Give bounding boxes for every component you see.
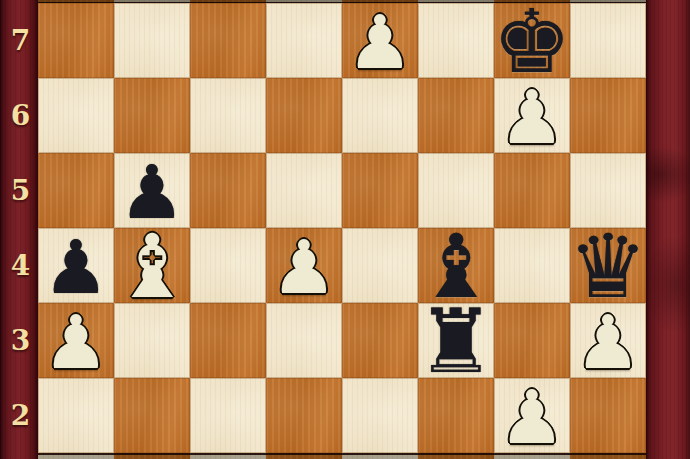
white-pawn-d4[interactable]: ♟ — [266, 229, 342, 304]
square-b7[interactable] — [114, 3, 190, 78]
white-pawn-icon: ♟ — [271, 230, 337, 304]
board-edge-sliver — [266, 453, 342, 459]
square-d7[interactable] — [266, 3, 342, 78]
rank-label-4: 4 — [0, 248, 38, 284]
white-bishop-b4[interactable]: ♝ — [114, 229, 190, 304]
black-king-g7[interactable]: ♚ — [494, 4, 570, 79]
square-g3[interactable] — [494, 303, 570, 378]
square-c3[interactable] — [190, 303, 266, 378]
black-queen-h4[interactable]: ♛ — [570, 229, 646, 304]
board-edge-sliver — [418, 0, 494, 3]
black-pawn-a4[interactable]: ♟ — [38, 229, 114, 304]
square-f7[interactable] — [418, 3, 494, 78]
square-c7[interactable] — [190, 3, 266, 78]
board-edge-sliver — [114, 453, 190, 459]
white-pawn-g6[interactable]: ♟ — [494, 79, 570, 154]
chess-diagram: ♟♚♟♟♟♝♟♝♛♟♜♟♟ 765432 — [0, 0, 690, 459]
board-edge-sliver — [570, 453, 646, 459]
white-pawn-g2[interactable]: ♟ — [494, 379, 570, 454]
square-a6[interactable] — [38, 78, 114, 153]
white-pawn-h3[interactable]: ♟ — [570, 304, 646, 379]
white-pawn-icon: ♟ — [499, 380, 565, 454]
black-pawn-icon: ♟ — [43, 230, 109, 304]
square-c5[interactable] — [190, 153, 266, 228]
board-edge-sliver — [190, 0, 266, 3]
white-pawn-icon: ♟ — [575, 305, 641, 379]
board-edge-sliver — [190, 453, 266, 459]
white-pawn-a3[interactable]: ♟ — [38, 304, 114, 379]
white-bishop-icon: ♝ — [113, 223, 192, 311]
square-h7[interactable] — [570, 3, 646, 78]
white-pawn-icon: ♟ — [499, 80, 565, 154]
square-d2[interactable] — [266, 378, 342, 453]
square-e2[interactable] — [342, 378, 418, 453]
square-d3[interactable] — [266, 303, 342, 378]
board-edge-sliver — [38, 453, 114, 459]
square-g4[interactable] — [494, 228, 570, 303]
square-g5[interactable] — [494, 153, 570, 228]
square-a7[interactable] — [38, 3, 114, 78]
square-f6[interactable] — [418, 78, 494, 153]
board-edge-sliver — [38, 0, 114, 3]
square-c4[interactable] — [190, 228, 266, 303]
square-h6[interactable] — [570, 78, 646, 153]
board-edge-sliver — [266, 0, 342, 3]
square-a5[interactable] — [38, 153, 114, 228]
black-rook-f3[interactable]: ♜ — [418, 304, 494, 379]
board-frame-left: 765432 — [0, 0, 38, 459]
black-rook-icon: ♜ — [417, 298, 496, 386]
rank-label-6: 6 — [0, 98, 38, 134]
white-pawn-icon: ♟ — [347, 5, 413, 79]
white-pawn-e7[interactable]: ♟ — [342, 4, 418, 79]
square-d6[interactable] — [266, 78, 342, 153]
rank-label-2: 2 — [0, 398, 38, 434]
white-pawn-icon: ♟ — [43, 305, 109, 379]
square-c2[interactable] — [190, 378, 266, 453]
square-a2[interactable] — [38, 378, 114, 453]
board-edge-sliver — [418, 453, 494, 459]
black-queen-icon: ♛ — [569, 223, 648, 311]
square-e5[interactable] — [342, 153, 418, 228]
rank-label-3: 3 — [0, 323, 38, 359]
board-edge-sliver — [342, 453, 418, 459]
rank-label-7: 7 — [0, 23, 38, 59]
board-frame-right — [646, 0, 690, 459]
square-c6[interactable] — [190, 78, 266, 153]
square-e4[interactable] — [342, 228, 418, 303]
square-b2[interactable] — [114, 378, 190, 453]
board-edge-sliver — [114, 0, 190, 3]
square-h2[interactable] — [570, 378, 646, 453]
square-e6[interactable] — [342, 78, 418, 153]
square-b6[interactable] — [114, 78, 190, 153]
square-e3[interactable] — [342, 303, 418, 378]
black-king-icon: ♚ — [493, 0, 572, 86]
board-edge-sliver — [570, 0, 646, 3]
chess-board: ♟♚♟♟♟♝♟♝♛♟♜♟♟ — [38, 0, 646, 459]
square-d5[interactable] — [266, 153, 342, 228]
rank-label-5: 5 — [0, 173, 38, 209]
